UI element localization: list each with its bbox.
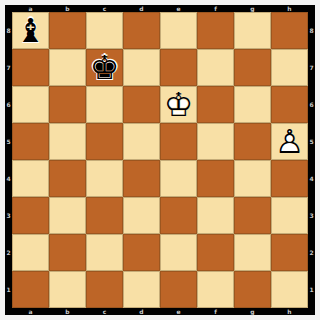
piece-black-bishop[interactable]: ♝♝ [12, 12, 49, 49]
square-g3[interactable] [234, 197, 271, 234]
square-g2[interactable] [234, 234, 271, 271]
square-e1[interactable] [160, 271, 197, 308]
square-f1[interactable] [197, 271, 234, 308]
square-c4[interactable] [86, 160, 123, 197]
file-label: h [271, 308, 308, 315]
rank-label: 3 [5, 197, 12, 234]
square-d4[interactable] [123, 160, 160, 197]
square-a7[interactable] [12, 49, 49, 86]
square-g1[interactable] [234, 271, 271, 308]
square-c2[interactable] [86, 234, 123, 271]
square-b7[interactable] [49, 49, 86, 86]
square-b4[interactable] [49, 160, 86, 197]
square-h2[interactable] [271, 234, 308, 271]
square-f5[interactable] [197, 123, 234, 160]
square-b2[interactable] [49, 234, 86, 271]
square-a3[interactable] [12, 197, 49, 234]
piece-white-king[interactable]: ♚♔ [160, 86, 197, 123]
frame-corner [308, 308, 315, 315]
square-e7[interactable] [160, 49, 197, 86]
square-c6[interactable] [86, 86, 123, 123]
file-labels-top: abcdefgh [12, 5, 308, 12]
file-label: a [12, 308, 49, 315]
square-c3[interactable] [86, 197, 123, 234]
file-label: g [234, 308, 271, 315]
square-e5[interactable] [160, 123, 197, 160]
square-b8[interactable] [49, 12, 86, 49]
file-label: b [49, 5, 86, 12]
square-a1[interactable] [12, 271, 49, 308]
square-h4[interactable] [271, 160, 308, 197]
square-a6[interactable] [12, 86, 49, 123]
square-c8[interactable] [86, 12, 123, 49]
square-h3[interactable] [271, 197, 308, 234]
square-h8[interactable] [271, 12, 308, 49]
rank-label: 6 [308, 86, 315, 123]
piece-black-king[interactable]: ♚♚ [86, 49, 123, 86]
rank-label: 4 [308, 160, 315, 197]
file-label: d [123, 5, 160, 12]
file-label: b [49, 308, 86, 315]
rank-labels-right: 87654321 [308, 12, 315, 308]
board-frame: abcdefgh 87654321 ♝♝♚♚♚♔♟♙ 87654321 abcd… [5, 5, 315, 315]
square-g7[interactable] [234, 49, 271, 86]
rank-labels-left: 87654321 [5, 12, 12, 308]
square-f3[interactable] [197, 197, 234, 234]
file-label: f [197, 5, 234, 12]
black-bishop-outline-glyph: ♝ [12, 12, 49, 49]
file-label: c [86, 5, 123, 12]
rank-label: 5 [308, 123, 315, 160]
square-f8[interactable] [197, 12, 234, 49]
square-d2[interactable] [123, 234, 160, 271]
square-h6[interactable] [271, 86, 308, 123]
square-g6[interactable] [234, 86, 271, 123]
rank-label: 6 [5, 86, 12, 123]
square-g5[interactable] [234, 123, 271, 160]
square-d8[interactable] [123, 12, 160, 49]
square-a2[interactable] [12, 234, 49, 271]
square-d7[interactable] [123, 49, 160, 86]
square-c5[interactable] [86, 123, 123, 160]
square-c7[interactable]: ♚♚ [86, 49, 123, 86]
square-a5[interactable] [12, 123, 49, 160]
square-f7[interactable] [197, 49, 234, 86]
square-e3[interactable] [160, 197, 197, 234]
square-h1[interactable] [271, 271, 308, 308]
square-f4[interactable] [197, 160, 234, 197]
square-e4[interactable] [160, 160, 197, 197]
square-d6[interactable] [123, 86, 160, 123]
square-e8[interactable] [160, 12, 197, 49]
rank-label: 2 [308, 234, 315, 271]
rank-label: 7 [5, 49, 12, 86]
file-label: h [271, 5, 308, 12]
file-label: e [160, 308, 197, 315]
rank-label: 5 [5, 123, 12, 160]
rank-label: 4 [5, 160, 12, 197]
frame-corner [5, 308, 12, 315]
black-king-outline-glyph: ♚ [86, 49, 123, 86]
square-g8[interactable] [234, 12, 271, 49]
square-a4[interactable] [12, 160, 49, 197]
file-label: c [86, 308, 123, 315]
rank-label: 1 [308, 271, 315, 308]
file-label: f [197, 308, 234, 315]
square-g4[interactable] [234, 160, 271, 197]
frame-corner [308, 5, 315, 12]
file-labels-bottom: abcdefgh [12, 308, 308, 315]
file-label: d [123, 308, 160, 315]
file-label: g [234, 5, 271, 12]
rank-label: 3 [308, 197, 315, 234]
square-d1[interactable] [123, 271, 160, 308]
square-b1[interactable] [49, 271, 86, 308]
square-d5[interactable] [123, 123, 160, 160]
square-h5[interactable]: ♟♙ [271, 123, 308, 160]
square-d3[interactable] [123, 197, 160, 234]
square-f6[interactable] [197, 86, 234, 123]
chess-board[interactable]: ♝♝♚♚♚♔♟♙ [12, 12, 308, 308]
square-c1[interactable] [86, 271, 123, 308]
square-h7[interactable] [271, 49, 308, 86]
square-a8[interactable]: ♝♝ [12, 12, 49, 49]
chess-diagram: abcdefgh 87654321 ♝♝♚♚♚♔♟♙ 87654321 abcd… [0, 0, 320, 320]
square-f2[interactable] [197, 234, 234, 271]
white-king-outline-glyph: ♔ [160, 86, 197, 123]
square-b5[interactable] [49, 123, 86, 160]
piece-white-pawn[interactable]: ♟♙ [271, 123, 308, 160]
square-b3[interactable] [49, 197, 86, 234]
square-b6[interactable] [49, 86, 86, 123]
rank-label: 2 [5, 234, 12, 271]
file-label: e [160, 5, 197, 12]
square-e6[interactable]: ♚♔ [160, 86, 197, 123]
rank-label: 8 [308, 12, 315, 49]
rank-label: 1 [5, 271, 12, 308]
rank-label: 7 [308, 49, 315, 86]
white-pawn-outline-glyph: ♙ [271, 123, 308, 160]
square-e2[interactable] [160, 234, 197, 271]
